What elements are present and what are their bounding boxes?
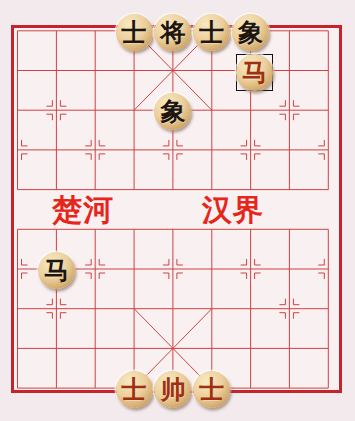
river-label-chu-he: 楚河	[52, 190, 114, 231]
piece-red-horse[interactable]: 马	[236, 54, 273, 91]
piece-black-advisor[interactable]: 士	[116, 14, 153, 51]
xiangqi-board[interactable]: 楚河 汉界 士将士象马象马士帅士	[0, 0, 355, 421]
piece-black-horse[interactable]: 马	[38, 252, 75, 289]
piece-black-elephant[interactable]: 象	[232, 14, 269, 51]
xiangqi-app: 楚河 汉界 士将士象马象马士帅士	[0, 0, 355, 421]
piece-black-advisor[interactable]: 士	[193, 14, 230, 51]
piece-black-general[interactable]: 将	[154, 14, 191, 51]
river-label-han-jie: 汉界	[202, 190, 264, 231]
piece-red-advisor[interactable]: 士	[116, 371, 153, 408]
river-label: 楚河 汉界	[52, 189, 264, 231]
